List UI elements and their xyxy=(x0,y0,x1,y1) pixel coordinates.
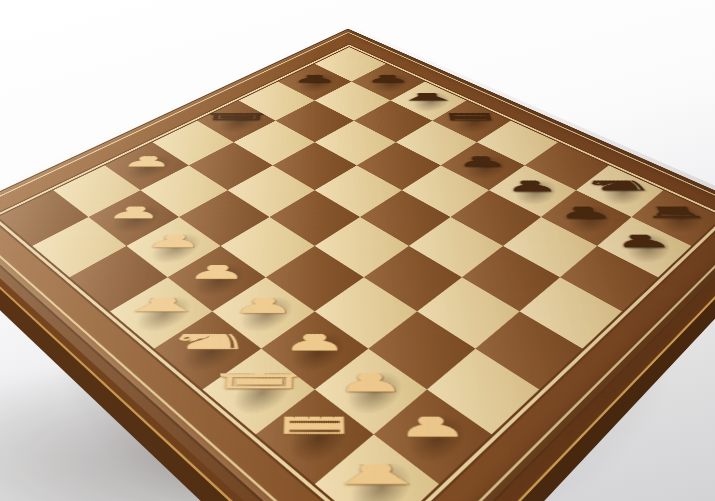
square-b6 xyxy=(368,311,475,389)
piece-white-queen-b8: ♛ xyxy=(272,416,357,452)
piece-dark-pawn-b2: ♟ xyxy=(550,206,622,227)
piece-white-king-c8: ♚ xyxy=(217,373,298,406)
piece-dark-rook-a1: ♜ xyxy=(639,206,714,227)
square-b4 xyxy=(461,245,559,310)
piece-white-knight-d8: ♞ xyxy=(167,333,247,363)
chessboard-3d: ♟♚♟♟♟♟♝♝♟♛♞♟♟♚♟♟♛♟♟♞♝♟♟♜ xyxy=(0,28,715,501)
piece-shadow xyxy=(169,322,251,381)
piece-white-pawn-c7: ♟ xyxy=(276,333,353,363)
chessboard-scene: ♟♚♟♟♟♟♝♝♟♛♞♟♟♚♟♟♛♟♟♞♝♟♟♜ xyxy=(0,0,715,501)
piece-white-pawn-g7: ♟ xyxy=(98,206,167,227)
square-d7: ♟ xyxy=(212,277,314,348)
piece-shadow xyxy=(227,287,305,341)
piece-dark-pawn-a2: ♟ xyxy=(606,234,683,257)
square-b3 xyxy=(503,217,597,277)
square-d6 xyxy=(265,245,363,310)
square-b7: ♟ xyxy=(314,348,426,434)
studio-backdrop: ♟♚♟♟♟♟♝♝♟♛♞♟♟♚♟♟♛♟♟♞♝♟♟♜ xyxy=(0,0,715,501)
square-c6 xyxy=(314,277,416,348)
square-d5 xyxy=(314,217,408,277)
square-c4 xyxy=(408,217,502,277)
